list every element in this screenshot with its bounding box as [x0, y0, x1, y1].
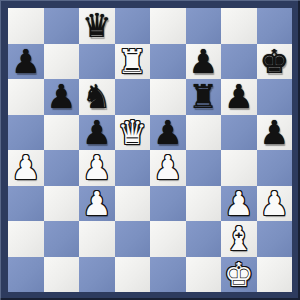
white-pawn-c3[interactable]: ♟ [79, 186, 115, 222]
black-pawn-g6[interactable]: ♟ [221, 79, 257, 115]
square-f4[interactable] [186, 150, 222, 186]
square-d3[interactable] [115, 186, 151, 222]
square-b2[interactable] [44, 221, 80, 257]
square-f3[interactable] [186, 186, 222, 222]
square-b5[interactable] [44, 115, 80, 151]
white-rook-d7[interactable]: ♜ [115, 44, 151, 80]
square-d2[interactable] [115, 221, 151, 257]
square-c1[interactable] [79, 257, 115, 293]
square-h5[interactable]: ♟ [257, 115, 293, 151]
square-e2[interactable] [150, 221, 186, 257]
square-a2[interactable] [8, 221, 44, 257]
square-g7[interactable] [221, 44, 257, 80]
square-g3[interactable]: ♟ [221, 186, 257, 222]
square-h8[interactable] [257, 8, 293, 44]
white-king-g1[interactable]: ♚ [221, 257, 257, 293]
square-e5[interactable]: ♟ [150, 115, 186, 151]
black-queen-c8[interactable]: ♛ [79, 8, 115, 44]
square-e7[interactable] [150, 44, 186, 80]
black-pawn-h5[interactable]: ♟ [257, 115, 293, 151]
square-f8[interactable] [186, 8, 222, 44]
square-e3[interactable] [150, 186, 186, 222]
white-pawn-e4[interactable]: ♟ [150, 150, 186, 186]
square-d6[interactable] [115, 79, 151, 115]
square-g5[interactable] [221, 115, 257, 151]
square-f1[interactable] [186, 257, 222, 293]
square-d8[interactable] [115, 8, 151, 44]
black-pawn-f7[interactable]: ♟ [186, 44, 222, 80]
white-pawn-c4[interactable]: ♟ [79, 150, 115, 186]
square-b4[interactable] [44, 150, 80, 186]
square-e4[interactable]: ♟ [150, 150, 186, 186]
black-pawn-b6[interactable]: ♟ [44, 79, 80, 115]
black-king-h7[interactable]: ♚ [257, 44, 293, 80]
square-d5[interactable]: ♛ [115, 115, 151, 151]
black-rook-f6[interactable]: ♜ [186, 79, 222, 115]
white-bishop-g2[interactable]: ♝ [221, 221, 257, 257]
square-e1[interactable] [150, 257, 186, 293]
square-a4[interactable]: ♟ [8, 150, 44, 186]
square-b3[interactable] [44, 186, 80, 222]
white-pawn-a4[interactable]: ♟ [8, 150, 44, 186]
square-b8[interactable] [44, 8, 80, 44]
square-g4[interactable] [221, 150, 257, 186]
square-a7[interactable]: ♟ [8, 44, 44, 80]
square-c5[interactable]: ♟ [79, 115, 115, 151]
square-a8[interactable] [8, 8, 44, 44]
black-pawn-a7[interactable]: ♟ [8, 44, 44, 80]
square-h2[interactable] [257, 221, 293, 257]
square-d4[interactable] [115, 150, 151, 186]
square-c3[interactable]: ♟ [79, 186, 115, 222]
square-e6[interactable] [150, 79, 186, 115]
white-queen-d5[interactable]: ♛ [115, 115, 151, 151]
white-pawn-h3[interactable]: ♟ [257, 186, 293, 222]
square-a3[interactable] [8, 186, 44, 222]
square-a5[interactable] [8, 115, 44, 151]
square-c4[interactable]: ♟ [79, 150, 115, 186]
square-h6[interactable] [257, 79, 293, 115]
square-f7[interactable]: ♟ [186, 44, 222, 80]
black-pawn-e5[interactable]: ♟ [150, 115, 186, 151]
square-g2[interactable]: ♝ [221, 221, 257, 257]
square-c2[interactable] [79, 221, 115, 257]
square-a6[interactable] [8, 79, 44, 115]
square-d1[interactable] [115, 257, 151, 293]
black-pawn-c5[interactable]: ♟ [79, 115, 115, 151]
square-f5[interactable] [186, 115, 222, 151]
square-f2[interactable] [186, 221, 222, 257]
square-h3[interactable]: ♟ [257, 186, 293, 222]
square-b6[interactable]: ♟ [44, 79, 80, 115]
square-a1[interactable] [8, 257, 44, 293]
square-g1[interactable]: ♚ [221, 257, 257, 293]
square-d7[interactable]: ♜ [115, 44, 151, 80]
chess-board-frame: ♛♟♜♟♚♟♞♜♟♟♛♟♟♟♟♟♟♟♟♝♚ [0, 0, 300, 300]
black-knight-c6[interactable]: ♞ [79, 79, 115, 115]
square-g8[interactable] [221, 8, 257, 44]
square-c6[interactable]: ♞ [79, 79, 115, 115]
square-e8[interactable] [150, 8, 186, 44]
white-pawn-g3[interactable]: ♟ [221, 186, 257, 222]
square-h7[interactable]: ♚ [257, 44, 293, 80]
square-b7[interactable] [44, 44, 80, 80]
square-c8[interactable]: ♛ [79, 8, 115, 44]
square-h4[interactable] [257, 150, 293, 186]
chess-board: ♛♟♜♟♚♟♞♜♟♟♛♟♟♟♟♟♟♟♟♝♚ [8, 8, 292, 292]
square-c7[interactable] [79, 44, 115, 80]
square-f6[interactable]: ♜ [186, 79, 222, 115]
square-h1[interactable] [257, 257, 293, 293]
square-b1[interactable] [44, 257, 80, 293]
square-g6[interactable]: ♟ [221, 79, 257, 115]
